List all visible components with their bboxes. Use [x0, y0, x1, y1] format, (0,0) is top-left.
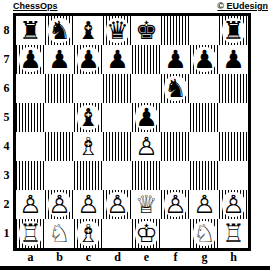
square-b7[interactable]: ♟	[45, 45, 74, 74]
square-f7[interactable]: ♟	[161, 45, 190, 74]
square-b4[interactable]	[45, 132, 74, 161]
piece-black-rook: ♜	[219, 16, 248, 45]
piece-white-pawn: ♙	[190, 190, 219, 219]
file-labels: abcdefgh	[13, 251, 270, 264]
piece-white-rook: ♖	[219, 219, 248, 248]
square-a4[interactable]	[16, 132, 45, 161]
piece-black-pawn: ♟	[45, 45, 74, 74]
piece-black-rook: ♜	[16, 16, 45, 45]
square-b5[interactable]	[45, 103, 74, 132]
square-g7[interactable]: ♟	[190, 45, 219, 74]
square-c2[interactable]: ♙	[74, 190, 103, 219]
square-a6[interactable]	[16, 74, 45, 103]
piece-black-pawn: ♟	[103, 45, 132, 74]
square-e1[interactable]: ♔	[132, 219, 161, 248]
rank-label-4: 4	[0, 132, 13, 161]
square-h6[interactable]	[219, 74, 248, 103]
file-label-c: c	[74, 251, 103, 264]
square-c7[interactable]: ♟	[74, 45, 103, 74]
file-label-h: h	[219, 251, 248, 264]
square-e7[interactable]	[132, 45, 161, 74]
piece-black-pawn: ♟	[74, 45, 103, 74]
piece-white-knight: ♘	[190, 219, 219, 248]
file-label-d: d	[103, 251, 132, 264]
square-a5[interactable]	[16, 103, 45, 132]
piece-white-bishop: ♗	[74, 219, 103, 248]
square-c3[interactable]	[74, 161, 103, 190]
square-a1[interactable]: ♖	[16, 219, 45, 248]
square-g6[interactable]	[190, 74, 219, 103]
square-f6[interactable]: ♞	[161, 74, 190, 103]
square-g8[interactable]	[190, 16, 219, 45]
square-c5[interactable]: ♝	[74, 103, 103, 132]
square-e8[interactable]: ♚	[132, 16, 161, 45]
rank-label-1: 1	[0, 219, 13, 248]
credit-link[interactable]: © EUdesign	[217, 1, 268, 11]
piece-white-rook: ♖	[16, 219, 45, 248]
square-d2[interactable]: ♙	[103, 190, 132, 219]
file-label-b: b	[45, 251, 74, 264]
piece-black-king: ♚	[132, 16, 161, 45]
square-c8[interactable]: ♝	[74, 16, 103, 45]
rank-label-2: 2	[0, 190, 13, 219]
bottom-bar	[0, 266, 270, 270]
square-d6[interactable]	[103, 74, 132, 103]
square-c6[interactable]	[74, 74, 103, 103]
file-label-e: e	[132, 251, 161, 264]
square-f8[interactable]	[161, 16, 190, 45]
app-title-link[interactable]: ChessOps	[13, 1, 58, 11]
piece-white-bishop: ♗	[74, 132, 103, 161]
piece-white-pawn: ♙	[219, 190, 248, 219]
square-h2[interactable]: ♙	[219, 190, 248, 219]
rank-labels: 87654321	[0, 13, 13, 251]
chess-board: ♜♞♝♛♚♜♟♟♟♟♟♟♟♞♝♟♗♙♙♙♙♙♕♙♙♙♖♘♗♔♘♖	[13, 13, 251, 251]
square-b2[interactable]: ♙	[45, 190, 74, 219]
board-area: 87654321 ♜♞♝♛♚♜♟♟♟♟♟♟♟♞♝♟♗♙♙♙♙♙♕♙♙♙♖♘♗♔♘…	[0, 13, 270, 251]
square-f2[interactable]: ♙	[161, 190, 190, 219]
square-e4[interactable]: ♙	[132, 132, 161, 161]
rank-label-5: 5	[0, 103, 13, 132]
square-d4[interactable]	[103, 132, 132, 161]
square-f4[interactable]	[161, 132, 190, 161]
square-h4[interactable]	[219, 132, 248, 161]
square-h8[interactable]: ♜	[219, 16, 248, 45]
square-f5[interactable]	[161, 103, 190, 132]
square-a3[interactable]	[16, 161, 45, 190]
square-e3[interactable]	[132, 161, 161, 190]
rank-label-6: 6	[0, 74, 13, 103]
piece-black-queen: ♛	[103, 16, 132, 45]
header: ChessOps © EUdesign	[0, 0, 270, 13]
square-e2[interactable]: ♕	[132, 190, 161, 219]
file-label-a: a	[16, 251, 45, 264]
square-a2[interactable]: ♙	[16, 190, 45, 219]
piece-white-pawn: ♙	[132, 132, 161, 161]
square-h5[interactable]	[219, 103, 248, 132]
square-e5[interactable]: ♟	[132, 103, 161, 132]
square-h1[interactable]: ♖	[219, 219, 248, 248]
piece-black-pawn: ♟	[161, 45, 190, 74]
square-g5[interactable]	[190, 103, 219, 132]
square-d7[interactable]: ♟	[103, 45, 132, 74]
square-f1[interactable]	[161, 219, 190, 248]
page: ChessOps © EUdesign 87654321 ♜♞♝♛♚♜♟♟♟♟♟…	[0, 0, 270, 270]
square-a8[interactable]: ♜	[16, 16, 45, 45]
square-d3[interactable]	[103, 161, 132, 190]
rank-label-8: 8	[0, 16, 13, 45]
piece-black-pawn: ♟	[190, 45, 219, 74]
piece-black-knight: ♞	[161, 74, 190, 103]
square-b8[interactable]: ♞	[45, 16, 74, 45]
piece-white-knight: ♘	[45, 219, 74, 248]
piece-white-queen: ♕	[132, 190, 161, 219]
square-d8[interactable]: ♛	[103, 16, 132, 45]
piece-black-bishop: ♝	[74, 103, 103, 132]
square-c1[interactable]: ♗	[74, 219, 103, 248]
square-g1[interactable]: ♘	[190, 219, 219, 248]
square-a7[interactable]: ♟	[16, 45, 45, 74]
square-f3[interactable]	[161, 161, 190, 190]
square-h7[interactable]: ♟	[219, 45, 248, 74]
piece-white-king: ♔	[132, 219, 161, 248]
piece-black-pawn: ♟	[16, 45, 45, 74]
square-b1[interactable]: ♘	[45, 219, 74, 248]
square-e6[interactable]	[132, 74, 161, 103]
piece-white-pawn: ♙	[103, 190, 132, 219]
piece-white-pawn: ♙	[161, 190, 190, 219]
file-label-f: f	[161, 251, 190, 264]
piece-black-pawn: ♟	[219, 45, 248, 74]
rank-label-7: 7	[0, 45, 13, 74]
piece-white-pawn: ♙	[74, 190, 103, 219]
square-g3[interactable]	[190, 161, 219, 190]
piece-white-pawn: ♙	[16, 190, 45, 219]
square-b6[interactable]	[45, 74, 74, 103]
file-label-g: g	[190, 251, 219, 264]
piece-black-pawn: ♟	[132, 103, 161, 132]
piece-black-bishop: ♝	[74, 16, 103, 45]
piece-black-knight: ♞	[45, 16, 74, 45]
square-b3[interactable]	[45, 161, 74, 190]
square-c4[interactable]: ♗	[74, 132, 103, 161]
rank-label-3: 3	[0, 161, 13, 190]
square-g4[interactable]	[190, 132, 219, 161]
square-d5[interactable]	[103, 103, 132, 132]
piece-white-pawn: ♙	[45, 190, 74, 219]
square-d1[interactable]	[103, 219, 132, 248]
square-g2[interactable]: ♙	[190, 190, 219, 219]
square-h3[interactable]	[219, 161, 248, 190]
